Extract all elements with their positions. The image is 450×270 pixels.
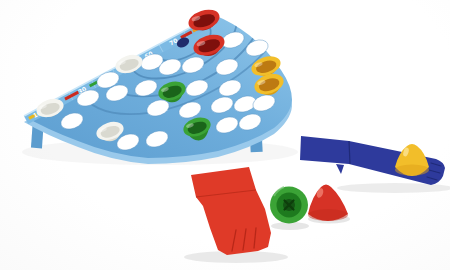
red-cone-base: [308, 209, 348, 221]
photo-scene: 10203040506070: [0, 0, 450, 270]
green-cone-lying[interactable]: [270, 187, 308, 224]
yellow-cone-on-paddle[interactable]: [395, 144, 429, 176]
blue-paddle-shadow: [337, 183, 450, 193]
game-scene-svg: 10203040506070: [0, 0, 450, 270]
blue-paddle-tab: [336, 164, 344, 174]
yellow-cone-base: [395, 165, 429, 176]
red-paddle-body[interactable]: [191, 167, 271, 255]
red-paddle[interactable]: [191, 167, 271, 255]
